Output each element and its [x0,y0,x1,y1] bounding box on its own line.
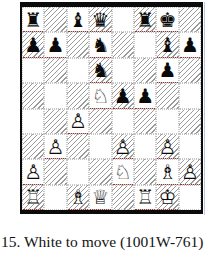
square-d6: ♞ [89,58,111,83]
square-h6 [179,58,201,83]
square-f7 [134,32,156,57]
page: ♜♝♛♜♚♟♟♞♝♟♞♟♘♟♟♙♙♙♙♙♘♗♙♖♗♕♖♔ 15. White t… [0,0,213,259]
square-d2 [89,159,111,184]
square-d7: ♞ [89,32,111,57]
square-g3: ♙ [156,134,178,159]
black-king-piece: ♚ [159,10,177,30]
square-d8: ♛ [89,7,111,32]
black-bishop-piece: ♝ [69,10,87,30]
black-pawn-piece: ♟ [181,35,199,55]
square-a3 [22,134,44,159]
square-f3 [134,134,156,159]
square-c2 [67,159,89,184]
square-b5 [44,83,66,108]
black-knight-piece: ♞ [91,60,109,80]
white-pawn-piece: ♙ [47,137,65,157]
white-bishop-piece: ♗ [69,187,87,207]
black-knight-piece: ♞ [91,35,109,55]
square-f4 [134,109,156,134]
scan-artifact-line [204,2,205,215]
square-e5: ♟ [112,83,134,108]
square-a2: ♙ [22,159,44,184]
black-pawn-piece: ♟ [114,86,132,106]
white-pawn-piece: ♙ [69,111,87,131]
white-bishop-piece: ♗ [159,162,177,182]
square-c8: ♝ [67,7,89,32]
square-b8 [44,7,66,32]
square-g5 [156,83,178,108]
square-h7: ♟ [179,32,201,57]
square-h4 [179,109,201,134]
black-rook-piece: ♜ [136,10,154,30]
square-e6 [112,58,134,83]
square-a1: ♖ [22,185,44,210]
black-pawn-piece: ♟ [47,35,65,55]
square-h1 [179,185,201,210]
square-e3: ♙ [112,134,134,159]
square-c7 [67,32,89,57]
square-c4: ♙ [67,109,89,134]
square-g6: ♟ [156,58,178,83]
white-king-piece: ♔ [159,187,177,207]
black-rook-piece: ♜ [24,10,42,30]
square-d4 [89,109,111,134]
square-a4 [22,109,44,134]
white-rook-piece: ♖ [24,187,42,207]
square-a8: ♜ [22,7,44,32]
square-a7: ♟ [22,32,44,57]
black-pawn-piece: ♟ [24,35,42,55]
white-pawn-piece: ♙ [24,162,42,182]
square-c3 [67,134,89,159]
black-pawn-piece: ♟ [159,60,177,80]
square-a5 [22,83,44,108]
square-g7: ♝ [156,32,178,57]
square-f5: ♟ [134,83,156,108]
square-e2: ♘ [112,159,134,184]
white-rook-piece: ♖ [136,187,154,207]
square-e1 [112,185,134,210]
square-b3: ♙ [44,134,66,159]
white-queen-piece: ♕ [91,187,109,207]
white-pawn-piece: ♙ [114,137,132,157]
square-b4 [44,109,66,134]
square-b1 [44,185,66,210]
square-h2: ♙ [179,159,201,184]
square-h3 [179,134,201,159]
black-bishop-piece: ♝ [159,35,177,55]
white-knight-piece: ♘ [114,162,132,182]
chess-board: ♜♝♛♜♚♟♟♞♝♟♞♟♘♟♟♙♙♙♙♙♘♗♙♖♗♕♖♔ [20,2,203,214]
square-b6 [44,58,66,83]
square-e7 [112,32,134,57]
square-h5 [179,83,201,108]
square-f6 [134,58,156,83]
white-pawn-piece: ♙ [159,137,177,157]
square-f1: ♖ [134,185,156,210]
square-c5 [67,83,89,108]
square-f2 [134,159,156,184]
square-d5: ♘ [89,83,111,108]
square-d1: ♕ [89,185,111,210]
square-e4 [112,109,134,134]
white-pawn-piece: ♙ [181,162,199,182]
black-pawn-piece: ♟ [136,86,154,106]
square-b7: ♟ [44,32,66,57]
square-g8: ♚ [156,7,178,32]
square-c1: ♗ [67,185,89,210]
white-knight-piece: ♘ [91,86,109,106]
square-d3 [89,134,111,159]
square-c6 [67,58,89,83]
square-g2: ♗ [156,159,178,184]
square-g4 [156,109,178,134]
caption: 15. White to move (1001W-761) [1,233,212,251]
square-a6 [22,58,44,83]
square-e8 [112,7,134,32]
square-f8: ♜ [134,7,156,32]
black-queen-piece: ♛ [91,10,109,30]
square-g1: ♔ [156,185,178,210]
square-b2 [44,159,66,184]
square-h8 [179,7,201,32]
